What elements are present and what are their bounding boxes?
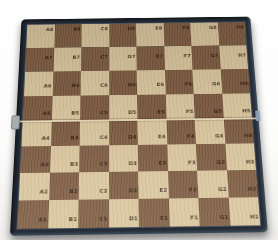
square-b8[interactable]: B8: [54, 24, 82, 47]
square-c8[interactable]: C8: [81, 24, 109, 47]
square-d8[interactable]: D8: [109, 24, 136, 47]
square-label: D3: [129, 162, 138, 167]
square-e7[interactable]: E7: [136, 46, 164, 70]
square-b7[interactable]: B7: [53, 47, 81, 71]
photo-background: A8B8C8D8E8F8G8H8A7B7C7D7E7F7G7H7A6B6C6D6…: [0, 0, 278, 240]
square-g7[interactable]: G7: [191, 45, 220, 69]
square-label: E1: [160, 216, 168, 221]
square-label: G7: [210, 54, 218, 59]
square-label: H1: [250, 215, 259, 220]
square-label: F8: [182, 26, 189, 30]
square-c6[interactable]: C6: [80, 71, 108, 96]
square-label: G6: [212, 82, 220, 87]
square-label: B2: [69, 189, 77, 194]
square-h7[interactable]: H7: [219, 45, 248, 69]
square-h8[interactable]: H8: [217, 22, 246, 45]
square-label: D2: [129, 189, 138, 194]
square-e1[interactable]: E1: [139, 199, 170, 227]
square-label: D4: [128, 135, 136, 140]
square-g1[interactable]: G1: [198, 198, 230, 226]
square-h4[interactable]: H4: [223, 118, 254, 144]
square-f3[interactable]: F3: [167, 144, 197, 171]
square-a6[interactable]: A6: [24, 71, 53, 96]
square-label: C8: [101, 27, 108, 31]
square-c7[interactable]: C7: [81, 47, 109, 71]
square-e5[interactable]: E5: [137, 94, 166, 119]
square-a7[interactable]: A7: [25, 48, 54, 72]
square-label: C5: [100, 111, 108, 116]
square-d1[interactable]: D1: [109, 199, 139, 228]
square-label: F4: [187, 135, 195, 140]
square-label: G8: [209, 26, 217, 30]
square-c3[interactable]: C3: [79, 146, 109, 173]
square-label: H7: [238, 54, 246, 59]
square-label: F6: [185, 82, 193, 87]
square-d2[interactable]: D2: [109, 172, 139, 200]
square-label: C7: [100, 55, 108, 60]
square-d3[interactable]: D3: [109, 145, 139, 172]
square-label: B8: [73, 28, 81, 32]
square-label: A2: [40, 190, 48, 195]
square-label: A8: [46, 28, 54, 32]
square-e8[interactable]: E8: [136, 23, 164, 46]
hinge-icon: [11, 115, 20, 129]
square-g8[interactable]: G8: [190, 23, 219, 46]
square-d7[interactable]: D7: [109, 47, 137, 71]
square-e4[interactable]: E4: [137, 119, 166, 145]
square-label: D5: [128, 110, 136, 115]
square-f5[interactable]: F5: [165, 94, 194, 119]
square-label: E5: [157, 110, 165, 115]
square-label: C2: [100, 189, 108, 194]
square-b5[interactable]: B5: [51, 95, 80, 120]
square-label: E4: [158, 135, 166, 140]
square-label: B6: [72, 83, 80, 88]
square-f1[interactable]: F1: [168, 198, 199, 226]
square-b1[interactable]: B1: [48, 200, 79, 229]
square-e6[interactable]: E6: [137, 70, 166, 95]
square-label: D1: [129, 216, 138, 222]
square-label: A6: [44, 84, 52, 89]
square-label: F1: [190, 215, 198, 220]
square-a4[interactable]: A4: [21, 121, 51, 147]
square-g2[interactable]: G2: [197, 171, 228, 199]
board-grid: A8B8C8D8E8F8G8H8A7B7C7D7E7F7G7H7A6B6C6D6…: [17, 22, 260, 229]
square-a8[interactable]: A8: [26, 25, 54, 48]
square-label: H2: [248, 187, 257, 192]
square-label: B1: [69, 217, 77, 223]
square-label: H5: [242, 109, 251, 114]
square-f7[interactable]: F7: [164, 46, 193, 70]
square-h3[interactable]: H3: [225, 144, 256, 171]
square-b2[interactable]: B2: [49, 173, 79, 201]
square-c1[interactable]: C1: [78, 199, 108, 228]
square-f8[interactable]: F8: [163, 23, 191, 46]
square-label: A5: [43, 112, 51, 117]
square-label: E8: [155, 27, 162, 31]
square-d6[interactable]: D6: [109, 70, 137, 95]
square-label: G5: [214, 109, 222, 114]
square-g4[interactable]: G4: [195, 118, 225, 144]
square-f6[interactable]: F6: [165, 69, 194, 94]
square-label: B3: [70, 162, 78, 167]
square-label: F2: [189, 188, 197, 193]
square-a5[interactable]: A5: [23, 96, 53, 121]
square-h2[interactable]: H2: [227, 170, 259, 198]
square-label: G4: [215, 134, 224, 139]
square-e2[interactable]: E2: [138, 171, 168, 199]
square-label: A1: [38, 218, 47, 224]
square-c4[interactable]: C4: [80, 120, 109, 146]
square-label: A4: [42, 137, 50, 142]
square-h5[interactable]: H5: [222, 93, 252, 118]
square-b4[interactable]: B4: [50, 120, 80, 146]
square-label: C4: [100, 136, 108, 141]
square-f2[interactable]: F2: [168, 171, 199, 199]
square-c5[interactable]: C5: [80, 95, 109, 120]
square-label: G2: [218, 187, 227, 192]
square-label: E6: [157, 82, 164, 87]
square-h1[interactable]: H1: [228, 197, 260, 225]
square-g6[interactable]: G6: [192, 69, 221, 94]
square-a2[interactable]: A2: [19, 173, 50, 201]
square-b6[interactable]: B6: [52, 71, 81, 96]
square-label: H6: [240, 81, 248, 86]
square-label: C1: [99, 217, 107, 222]
square-c2[interactable]: C2: [79, 172, 109, 200]
square-label: H3: [246, 160, 255, 165]
square-label: E3: [159, 161, 167, 166]
hinge-icon: [255, 110, 261, 121]
square-label: H4: [244, 134, 253, 139]
square-label: D7: [128, 55, 136, 60]
square-b3[interactable]: B3: [50, 146, 80, 173]
square-label: E7: [156, 55, 163, 60]
square-label: G3: [217, 160, 226, 165]
square-label: D8: [127, 27, 135, 31]
square-label: E2: [159, 188, 167, 193]
square-label: B5: [71, 111, 79, 116]
square-label: A3: [41, 163, 49, 168]
board-frame: A8B8C8D8E8F8G8H8A7B7C7D7E7F7G7H7A6B6C6D6…: [10, 17, 268, 236]
square-d4[interactable]: D4: [109, 120, 138, 146]
square-g5[interactable]: G5: [194, 93, 224, 118]
square-label: G1: [220, 215, 229, 220]
square-h6[interactable]: H6: [220, 69, 250, 94]
square-g3[interactable]: G3: [196, 144, 227, 171]
square-label: D6: [128, 83, 136, 88]
square-label: A7: [45, 56, 53, 61]
square-label: C3: [100, 162, 108, 167]
square-label: H8: [236, 26, 244, 30]
square-label: C6: [100, 83, 108, 88]
square-label: F3: [188, 161, 196, 166]
square-e3[interactable]: E3: [138, 145, 168, 172]
square-label: B7: [73, 56, 81, 61]
square-f4[interactable]: F4: [166, 119, 196, 145]
square-label: F7: [184, 54, 191, 59]
square-a3[interactable]: A3: [20, 146, 50, 173]
square-a1[interactable]: A1: [17, 200, 48, 229]
square-label: B4: [71, 136, 79, 141]
square-label: F5: [186, 110, 194, 115]
square-d5[interactable]: D5: [109, 95, 138, 120]
